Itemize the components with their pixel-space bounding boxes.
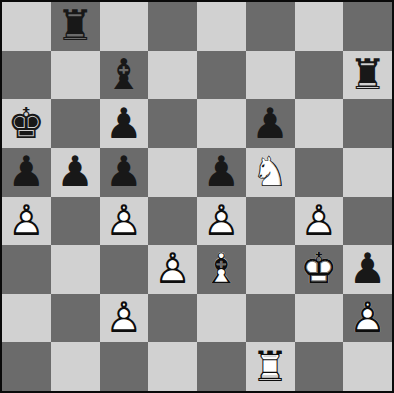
square-f8[interactable]: [246, 2, 295, 51]
white-pawn-a4: ♟♙: [2, 197, 51, 246]
square-g2[interactable]: [295, 294, 344, 343]
white-king-g3: ♚♔: [295, 245, 344, 294]
white-pawn-h2: ♟♙: [343, 294, 392, 343]
square-g5[interactable]: [295, 148, 344, 197]
square-d1[interactable]: [148, 342, 197, 391]
square-h3[interactable]: ♟: [343, 245, 392, 294]
square-h5[interactable]: [343, 148, 392, 197]
black-pawn-c6: ♟: [100, 99, 149, 148]
square-g3[interactable]: ♚♔: [295, 245, 344, 294]
square-a2[interactable]: [2, 294, 51, 343]
square-f1[interactable]: ♜♖: [246, 342, 295, 391]
square-e5[interactable]: ♟: [197, 148, 246, 197]
black-pawn-b5: ♟: [51, 148, 100, 197]
square-d7[interactable]: [148, 51, 197, 100]
square-d5[interactable]: [148, 148, 197, 197]
white-knight-f5: ♞♘: [246, 148, 295, 197]
square-g4[interactable]: ♟♙: [295, 197, 344, 246]
square-f2[interactable]: [246, 294, 295, 343]
square-c4[interactable]: ♟♙: [100, 197, 149, 246]
square-a8[interactable]: [2, 2, 51, 51]
square-a6[interactable]: ♚: [2, 99, 51, 148]
square-f3[interactable]: [246, 245, 295, 294]
square-h1[interactable]: [343, 342, 392, 391]
white-pawn-g4: ♟♙: [295, 197, 344, 246]
square-g1[interactable]: [295, 342, 344, 391]
square-a7[interactable]: [2, 51, 51, 100]
square-h4[interactable]: [343, 197, 392, 246]
square-d2[interactable]: [148, 294, 197, 343]
square-f7[interactable]: [246, 51, 295, 100]
white-pawn-d3: ♟♙: [148, 245, 197, 294]
board-frame: ♜♝♜♚♟♟♟♟♟♟♞♘♟♙♟♙♟♙♟♙♟♙♝♗♚♔♟♟♙♟♙♜♖: [0, 0, 394, 393]
white-rook-f1: ♜♖: [246, 342, 295, 391]
white-pawn-c2: ♟♙: [100, 294, 149, 343]
black-pawn-e5: ♟: [197, 148, 246, 197]
square-e8[interactable]: [197, 2, 246, 51]
square-d8[interactable]: [148, 2, 197, 51]
square-a4[interactable]: ♟♙: [2, 197, 51, 246]
chess-board: ♜♝♜♚♟♟♟♟♟♟♞♘♟♙♟♙♟♙♟♙♟♙♝♗♚♔♟♟♙♟♙♜♖: [2, 2, 392, 391]
square-d3[interactable]: ♟♙: [148, 245, 197, 294]
square-f5[interactable]: ♞♘: [246, 148, 295, 197]
square-e6[interactable]: [197, 99, 246, 148]
black-pawn-f6: ♟: [246, 99, 295, 148]
black-pawn-a5: ♟: [2, 148, 51, 197]
square-e1[interactable]: [197, 342, 246, 391]
square-f6[interactable]: ♟: [246, 99, 295, 148]
square-c3[interactable]: [100, 245, 149, 294]
square-h8[interactable]: [343, 2, 392, 51]
square-a3[interactable]: [2, 245, 51, 294]
square-b1[interactable]: [51, 342, 100, 391]
square-c2[interactable]: ♟♙: [100, 294, 149, 343]
square-h6[interactable]: [343, 99, 392, 148]
square-b3[interactable]: [51, 245, 100, 294]
square-g7[interactable]: [295, 51, 344, 100]
black-bishop-c7: ♝: [100, 51, 149, 100]
square-g6[interactable]: [295, 99, 344, 148]
black-pawn-c5: ♟: [100, 148, 149, 197]
square-h7[interactable]: ♜: [343, 51, 392, 100]
white-pawn-e4: ♟♙: [197, 197, 246, 246]
square-b2[interactable]: [51, 294, 100, 343]
square-c5[interactable]: ♟: [100, 148, 149, 197]
square-g8[interactable]: [295, 2, 344, 51]
square-h2[interactable]: ♟♙: [343, 294, 392, 343]
square-e2[interactable]: [197, 294, 246, 343]
square-b6[interactable]: [51, 99, 100, 148]
square-c6[interactable]: ♟: [100, 99, 149, 148]
square-c1[interactable]: [100, 342, 149, 391]
white-bishop-e3: ♝♗: [197, 245, 246, 294]
square-c8[interactable]: [100, 2, 149, 51]
square-f4[interactable]: [246, 197, 295, 246]
square-b4[interactable]: [51, 197, 100, 246]
square-b7[interactable]: [51, 51, 100, 100]
black-king-a6: ♚: [2, 99, 51, 148]
square-d4[interactable]: [148, 197, 197, 246]
white-pawn-c4: ♟♙: [100, 197, 149, 246]
square-b8[interactable]: ♜: [51, 2, 100, 51]
black-rook-h7: ♜: [343, 51, 392, 100]
square-d6[interactable]: [148, 99, 197, 148]
square-c7[interactable]: ♝: [100, 51, 149, 100]
square-e7[interactable]: [197, 51, 246, 100]
black-pawn-h3: ♟: [343, 245, 392, 294]
square-e3[interactable]: ♝♗: [197, 245, 246, 294]
square-e4[interactable]: ♟♙: [197, 197, 246, 246]
square-a5[interactable]: ♟: [2, 148, 51, 197]
square-a1[interactable]: [2, 342, 51, 391]
black-rook-b8: ♜: [51, 2, 100, 51]
square-b5[interactable]: ♟: [51, 148, 100, 197]
